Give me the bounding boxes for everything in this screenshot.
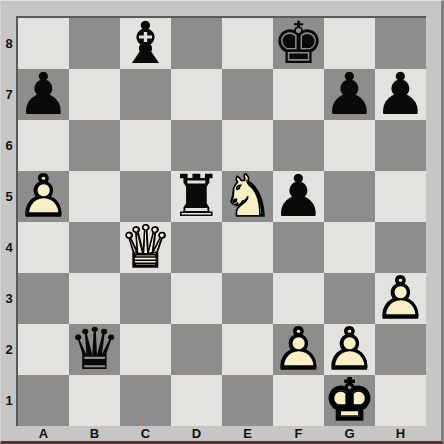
white-pawn[interactable]: ♟♙ <box>18 171 69 222</box>
square-e5[interactable]: ♞♘ <box>222 171 273 222</box>
file-label-d: D <box>171 425 222 441</box>
square-a1[interactable] <box>18 375 69 426</box>
piece-fill-glyph: ♜ <box>171 171 222 222</box>
square-b2[interactable]: ♛ <box>69 324 120 375</box>
square-c8[interactable]: ♝ <box>120 18 171 69</box>
square-a2[interactable] <box>18 324 69 375</box>
black-king[interactable]: ♚ <box>273 18 324 69</box>
rank-label-2: 2 <box>1 324 17 375</box>
square-g4[interactable] <box>324 222 375 273</box>
square-e1[interactable] <box>222 375 273 426</box>
piece-fill-glyph: ♚ <box>273 18 324 69</box>
square-f2[interactable]: ♟♙ <box>273 324 324 375</box>
square-d1[interactable] <box>171 375 222 426</box>
rank-label-7: 7 <box>1 69 17 120</box>
file-label-f: F <box>273 425 324 441</box>
square-e4[interactable] <box>222 222 273 273</box>
square-e2[interactable] <box>222 324 273 375</box>
chess-board: ♝♚♟♟♟♟♙♜♞♘♟♛♕♟♙♛♟♙♟♙♚♔ <box>18 18 426 426</box>
white-pawn[interactable]: ♟♙ <box>375 273 426 324</box>
piece-fill-glyph: ♟ <box>273 171 324 222</box>
square-f4[interactable] <box>273 222 324 273</box>
file-label-b: B <box>69 425 120 441</box>
square-f7[interactable] <box>273 69 324 120</box>
white-knight[interactable]: ♞♘ <box>222 171 273 222</box>
rank-label-1: 1 <box>1 375 17 426</box>
board-frame: ♝♚♟♟♟♟♙♜♞♘♟♛♕♟♙♛♟♙♟♙♚♔ <box>16 16 426 426</box>
white-king[interactable]: ♚♔ <box>324 375 375 426</box>
piece-fill-glyph: ♟ <box>375 69 426 120</box>
black-pawn[interactable]: ♟ <box>375 69 426 120</box>
square-b4[interactable] <box>69 222 120 273</box>
square-d3[interactable] <box>171 273 222 324</box>
square-e8[interactable] <box>222 18 273 69</box>
square-a3[interactable] <box>18 273 69 324</box>
file-label-h: H <box>375 425 426 441</box>
black-pawn[interactable]: ♟ <box>18 69 69 120</box>
square-a5[interactable]: ♟♙ <box>18 171 69 222</box>
black-queen[interactable]: ♛ <box>69 324 120 375</box>
rank-label-8: 8 <box>1 18 17 69</box>
square-a4[interactable] <box>18 222 69 273</box>
file-label-e: E <box>222 425 273 441</box>
square-c4[interactable]: ♛♕ <box>120 222 171 273</box>
square-e7[interactable] <box>222 69 273 120</box>
piece-fill-glyph: ♝ <box>120 18 171 69</box>
file-label-a: A <box>18 425 69 441</box>
white-queen[interactable]: ♛♕ <box>120 222 171 273</box>
square-c2[interactable] <box>120 324 171 375</box>
square-a7[interactable]: ♟ <box>18 69 69 120</box>
black-bishop[interactable]: ♝ <box>120 18 171 69</box>
square-h5[interactable] <box>375 171 426 222</box>
square-g7[interactable]: ♟ <box>324 69 375 120</box>
piece-outline-glyph: ♙ <box>18 171 69 222</box>
square-h3[interactable]: ♟♙ <box>375 273 426 324</box>
white-pawn[interactable]: ♟♙ <box>273 324 324 375</box>
piece-outline-glyph: ♙ <box>375 273 426 324</box>
square-f5[interactable]: ♟ <box>273 171 324 222</box>
square-c3[interactable] <box>120 273 171 324</box>
square-h6[interactable] <box>375 120 426 171</box>
square-d7[interactable] <box>171 69 222 120</box>
piece-outline-glyph: ♕ <box>120 222 171 273</box>
black-pawn[interactable]: ♟ <box>324 69 375 120</box>
square-b7[interactable] <box>69 69 120 120</box>
square-h7[interactable]: ♟ <box>375 69 426 120</box>
piece-fill-glyph: ♟ <box>324 69 375 120</box>
square-b1[interactable] <box>69 375 120 426</box>
square-c6[interactable] <box>120 120 171 171</box>
square-d2[interactable] <box>171 324 222 375</box>
square-h1[interactable] <box>375 375 426 426</box>
square-h2[interactable] <box>375 324 426 375</box>
rank-label-3: 3 <box>1 273 17 324</box>
black-rook[interactable]: ♜ <box>171 171 222 222</box>
square-b5[interactable] <box>69 171 120 222</box>
rank-label-6: 6 <box>1 120 17 171</box>
square-d4[interactable] <box>171 222 222 273</box>
square-g5[interactable] <box>324 171 375 222</box>
square-d5[interactable]: ♜ <box>171 171 222 222</box>
square-f1[interactable] <box>273 375 324 426</box>
square-d8[interactable] <box>171 18 222 69</box>
square-g6[interactable] <box>324 120 375 171</box>
file-label-c: C <box>120 425 171 441</box>
chessboard-image: ♝♚♟♟♟♟♙♜♞♘♟♛♕♟♙♛♟♙♟♙♚♔ 87654321 ABCDEFGH <box>0 0 444 444</box>
square-c1[interactable] <box>120 375 171 426</box>
square-c7[interactable] <box>120 69 171 120</box>
square-f8[interactable]: ♚ <box>273 18 324 69</box>
black-pawn[interactable]: ♟ <box>273 171 324 222</box>
piece-outline-glyph: ♘ <box>222 171 273 222</box>
square-g1[interactable]: ♚♔ <box>324 375 375 426</box>
rank-label-5: 5 <box>1 171 17 222</box>
piece-fill-glyph: ♟ <box>18 69 69 120</box>
piece-outline-glyph: ♔ <box>324 375 375 426</box>
square-b6[interactable] <box>69 120 120 171</box>
piece-fill-glyph: ♛ <box>69 324 120 375</box>
piece-outline-glyph: ♙ <box>273 324 324 375</box>
square-e3[interactable] <box>222 273 273 324</box>
file-label-g: G <box>324 425 375 441</box>
square-b8[interactable] <box>69 18 120 69</box>
rank-label-4: 4 <box>1 222 17 273</box>
